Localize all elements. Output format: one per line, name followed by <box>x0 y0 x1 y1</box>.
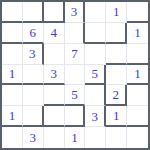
cell-r4c4[interactable] <box>65 65 86 86</box>
cell-r1c5[interactable] <box>85 2 106 23</box>
cell-r7c4[interactable]: 1 <box>65 127 86 148</box>
given-digit-r7c2: 3 <box>30 131 37 144</box>
given-digit-r1c4: 3 <box>71 5 78 18</box>
cell-r6c6[interactable]: 1 <box>106 106 127 127</box>
given-digit-r2c2: 6 <box>30 25 37 38</box>
cell-r1c3[interactable] <box>44 2 65 23</box>
cell-r2c3[interactable]: 4 <box>44 23 65 44</box>
cell-r3c2[interactable]: 3 <box>23 44 44 65</box>
cell-r6c5[interactable]: 3 <box>85 106 106 127</box>
cell-r2c1[interactable] <box>2 23 23 44</box>
cell-r3c4[interactable]: 7 <box>65 44 86 65</box>
cell-r3c3[interactable] <box>44 44 65 65</box>
cell-r3c1[interactable] <box>2 44 23 65</box>
given-digit-r2c3: 4 <box>50 26 57 39</box>
cell-r5c6[interactable]: 2 <box>106 85 127 106</box>
cell-r2c4[interactable] <box>65 23 86 44</box>
cell-r4c3[interactable]: 3 <box>44 65 65 86</box>
cell-r5c7[interactable] <box>127 85 148 106</box>
cell-r6c7[interactable] <box>127 106 148 127</box>
cell-r4c7[interactable]: 1 <box>127 65 148 86</box>
cell-r1c1[interactable] <box>2 2 23 23</box>
cell-r4c1[interactable]: 1 <box>2 65 23 86</box>
cell-r4c2[interactable] <box>23 65 44 86</box>
cell-r7c5[interactable] <box>85 127 106 148</box>
given-digit-r6c6: 1 <box>113 109 120 122</box>
cell-r5c2[interactable] <box>23 85 44 106</box>
given-digit-r4c1: 1 <box>9 67 16 80</box>
given-digit-r5c4: 5 <box>71 88 78 101</box>
cell-r2c5[interactable] <box>85 23 106 44</box>
cell-r7c6[interactable] <box>106 127 127 148</box>
cell-r5c5[interactable] <box>85 85 106 106</box>
cell-r5c3[interactable] <box>44 85 65 106</box>
cell-r2c2[interactable]: 6 <box>23 23 44 44</box>
cell-r6c2[interactable] <box>23 106 44 127</box>
cell-r4c5[interactable]: 5 <box>85 65 106 86</box>
cell-r5c1[interactable] <box>2 85 23 106</box>
cell-r7c2[interactable]: 3 <box>23 127 44 148</box>
given-digit-r7c4: 1 <box>71 131 78 144</box>
cell-r1c2[interactable] <box>23 2 44 23</box>
cell-r2c6[interactable] <box>106 23 127 44</box>
given-digit-r2c7: 1 <box>134 26 141 39</box>
cell-r6c3[interactable] <box>44 106 65 127</box>
cell-r7c3[interactable] <box>44 127 65 148</box>
given-digit-r1c6: 1 <box>113 5 120 18</box>
given-digit-r4c7: 1 <box>134 67 141 80</box>
cell-r6c1[interactable]: 1 <box>2 106 23 127</box>
given-digit-r6c1: 1 <box>9 109 16 122</box>
given-digit-r5c6: 2 <box>112 88 119 101</box>
cell-r4c6[interactable] <box>106 65 127 86</box>
cell-r1c4[interactable]: 3 <box>65 2 86 23</box>
cell-r5c4[interactable]: 5 <box>65 85 86 106</box>
cell-r1c6[interactable]: 1 <box>106 2 127 23</box>
given-digit-r6c5: 3 <box>92 109 99 122</box>
cell-r3c6[interactable] <box>106 44 127 65</box>
cell-r1c7[interactable] <box>127 2 148 23</box>
given-digit-r3c4: 7 <box>71 47 78 60</box>
cell-r2c7[interactable]: 1 <box>127 23 148 44</box>
given-digit-r3c2: 3 <box>29 47 36 60</box>
given-digit-r4c3: 3 <box>50 67 57 80</box>
cell-r3c5[interactable] <box>85 44 106 65</box>
cell-r7c7[interactable] <box>127 127 148 148</box>
given-digit-r4c5: 5 <box>92 67 99 80</box>
cell-r7c1[interactable] <box>2 127 23 148</box>
cell-r6c4[interactable] <box>65 106 86 127</box>
cell-r3c7[interactable] <box>127 44 148 65</box>
puzzle-board: 316413713515213131 <box>0 0 150 150</box>
